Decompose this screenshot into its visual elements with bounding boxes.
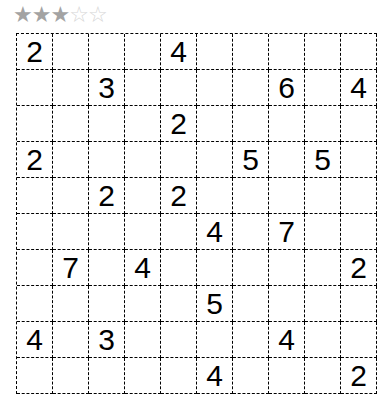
cell-r10c8[interactable] (269, 358, 305, 394)
cell-r6c1[interactable] (17, 214, 53, 250)
cell-r8c9[interactable] (305, 286, 341, 322)
cell-r3c7[interactable] (233, 106, 269, 142)
cell-r4c3[interactable] (89, 142, 125, 178)
cell-r3c4[interactable] (125, 106, 161, 142)
cell-r6c4[interactable] (125, 214, 161, 250)
cell-r7c10[interactable]: 2 (341, 250, 377, 286)
cell-r9c4[interactable] (125, 322, 161, 358)
cell-r6c9[interactable] (305, 214, 341, 250)
cell-r5c5[interactable]: 2 (161, 178, 197, 214)
cell-r7c5[interactable] (161, 250, 197, 286)
puzzle-grid: 2436422552247742543442 (16, 33, 377, 394)
cell-r3c5[interactable]: 2 (161, 106, 197, 142)
cell-r4c5[interactable] (161, 142, 197, 178)
cell-r10c6[interactable]: 4 (197, 358, 233, 394)
cell-r4c9[interactable]: 5 (305, 142, 341, 178)
cell-r9c9[interactable] (305, 322, 341, 358)
cell-r1c4[interactable] (125, 34, 161, 70)
cell-r8c1[interactable] (17, 286, 53, 322)
cell-r2c6[interactable] (197, 70, 233, 106)
star-empty-icon: ☆ (88, 2, 107, 27)
cell-r10c5[interactable] (161, 358, 197, 394)
cell-r6c5[interactable] (161, 214, 197, 250)
cell-r2c9[interactable] (305, 70, 341, 106)
cell-r5c10[interactable] (341, 178, 377, 214)
cell-r1c8[interactable] (269, 34, 305, 70)
cell-r1c10[interactable] (341, 34, 377, 70)
cell-r9c1[interactable]: 4 (17, 322, 53, 358)
cell-r6c6[interactable]: 4 (197, 214, 233, 250)
cell-r3c1[interactable] (17, 106, 53, 142)
cell-r4c7[interactable]: 5 (233, 142, 269, 178)
cell-r1c9[interactable] (305, 34, 341, 70)
cell-r9c8[interactable]: 4 (269, 322, 305, 358)
cell-r8c3[interactable] (89, 286, 125, 322)
cell-r9c3[interactable]: 3 (89, 322, 125, 358)
cell-r6c3[interactable] (89, 214, 125, 250)
cell-r7c9[interactable] (305, 250, 341, 286)
cell-r10c2[interactable] (53, 358, 89, 394)
cell-r4c4[interactable] (125, 142, 161, 178)
cell-r4c10[interactable] (341, 142, 377, 178)
cell-r8c10[interactable] (341, 286, 377, 322)
cell-r2c3[interactable]: 3 (89, 70, 125, 106)
cell-r5c2[interactable] (53, 178, 89, 214)
cell-r9c2[interactable] (53, 322, 89, 358)
cell-r5c7[interactable] (233, 178, 269, 214)
cell-r5c6[interactable] (197, 178, 233, 214)
cell-r7c6[interactable] (197, 250, 233, 286)
cell-r7c3[interactable] (89, 250, 125, 286)
cell-r9c7[interactable] (233, 322, 269, 358)
cell-r6c7[interactable] (233, 214, 269, 250)
star-filled-icon: ★ (50, 2, 69, 27)
cell-r10c1[interactable] (17, 358, 53, 394)
cell-r7c1[interactable] (17, 250, 53, 286)
cell-r1c6[interactable] (197, 34, 233, 70)
cell-r9c5[interactable] (161, 322, 197, 358)
cell-r1c5[interactable]: 4 (161, 34, 197, 70)
cell-r5c9[interactable] (305, 178, 341, 214)
cell-r8c4[interactable] (125, 286, 161, 322)
cell-r8c6[interactable]: 5 (197, 286, 233, 322)
cell-r10c4[interactable] (125, 358, 161, 394)
cell-r4c6[interactable] (197, 142, 233, 178)
cell-r3c8[interactable] (269, 106, 305, 142)
cell-r2c2[interactable] (53, 70, 89, 106)
cell-r1c3[interactable] (89, 34, 125, 70)
cell-r2c10[interactable]: 4 (341, 70, 377, 106)
cell-r4c2[interactable] (53, 142, 89, 178)
cell-r2c8[interactable]: 6 (269, 70, 305, 106)
cell-r3c6[interactable] (197, 106, 233, 142)
cell-r8c7[interactable] (233, 286, 269, 322)
cell-r2c1[interactable] (17, 70, 53, 106)
cell-r1c7[interactable] (233, 34, 269, 70)
cell-r5c8[interactable] (269, 178, 305, 214)
cell-r7c7[interactable] (233, 250, 269, 286)
cell-r3c9[interactable] (305, 106, 341, 142)
cell-r1c2[interactable] (53, 34, 89, 70)
cell-r10c7[interactable] (233, 358, 269, 394)
cell-r4c8[interactable] (269, 142, 305, 178)
cell-r4c1[interactable]: 2 (17, 142, 53, 178)
cell-r9c10[interactable] (341, 322, 377, 358)
star-filled-icon: ★ (32, 2, 51, 27)
cell-r2c7[interactable] (233, 70, 269, 106)
cell-r10c9[interactable] (305, 358, 341, 394)
cell-r6c2[interactable] (53, 214, 89, 250)
cell-r6c8[interactable]: 7 (269, 214, 305, 250)
cell-r5c3[interactable]: 2 (89, 178, 125, 214)
cell-r10c3[interactable] (89, 358, 125, 394)
cell-r7c8[interactable] (269, 250, 305, 286)
cell-r8c2[interactable] (53, 286, 89, 322)
star-filled-icon: ★ (13, 2, 32, 27)
cell-r7c4[interactable]: 4 (125, 250, 161, 286)
cell-r8c8[interactable] (269, 286, 305, 322)
cell-r7c2[interactable]: 7 (53, 250, 89, 286)
cell-r2c5[interactable] (161, 70, 197, 106)
cell-r5c1[interactable] (17, 178, 53, 214)
cell-r1c1[interactable]: 2 (17, 34, 53, 70)
cell-r10c10[interactable]: 2 (341, 358, 377, 394)
cell-r3c10[interactable] (341, 106, 377, 142)
cell-r5c4[interactable] (125, 178, 161, 214)
cell-r2c4[interactable] (125, 70, 161, 106)
cell-r3c2[interactable] (53, 106, 89, 142)
cell-r9c6[interactable] (197, 322, 233, 358)
star-empty-icon: ☆ (69, 2, 88, 27)
cell-r8c5[interactable] (161, 286, 197, 322)
cell-r3c3[interactable] (89, 106, 125, 142)
cell-r6c10[interactable] (341, 214, 377, 250)
difficulty-rating: ★★★☆☆ (13, 1, 107, 29)
